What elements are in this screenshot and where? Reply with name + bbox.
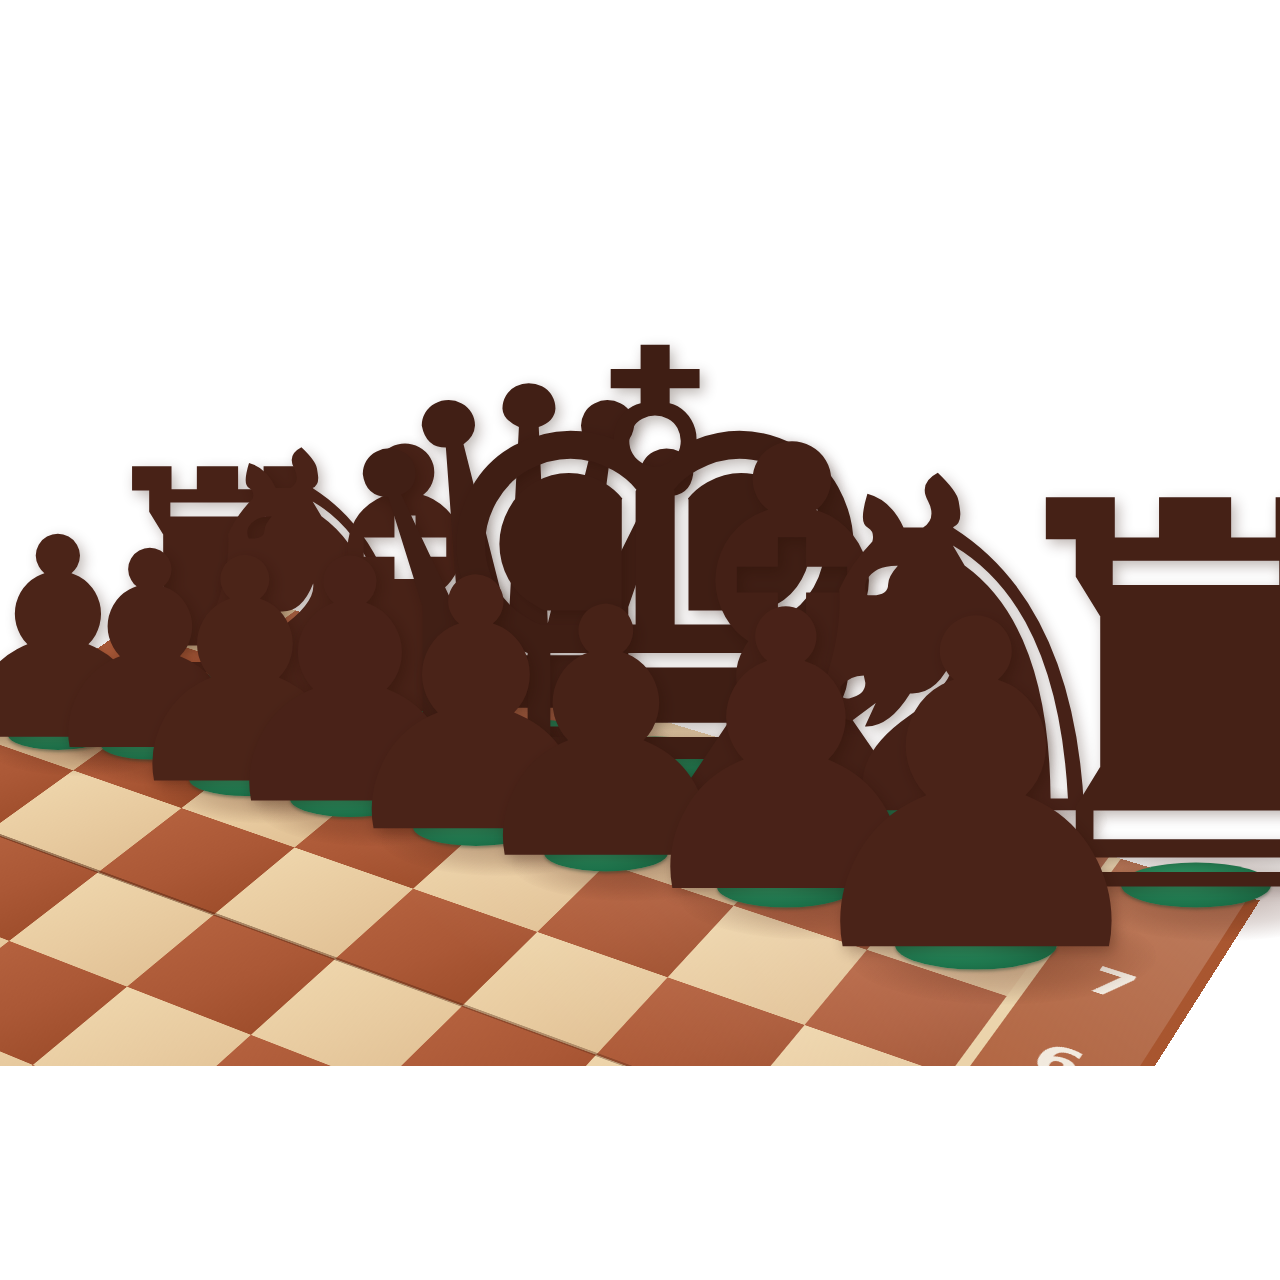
chess-set-photo: 76 ♜♞♝♛♚♝♞♜♟♟♟♟♟♟♟♟ — [0, 0, 1280, 1280]
pawn-glyph: ♟ — [773, 563, 1179, 1016]
pieces-layer: ♜♞♝♛♚♝♞♜♟♟♟♟♟♟♟♟ — [0, 0, 1280, 1280]
